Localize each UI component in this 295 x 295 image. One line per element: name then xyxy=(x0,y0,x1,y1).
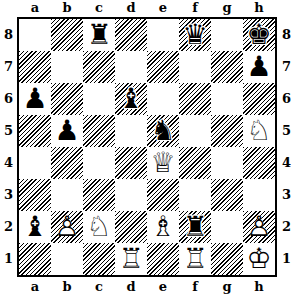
rank-label-1: 1 xyxy=(0,243,17,275)
square-g5[interactable] xyxy=(211,115,243,147)
piece-black-bishop[interactable]: ♝ xyxy=(115,83,147,115)
square-g8[interactable] xyxy=(211,19,243,51)
rank-label-3: 3 xyxy=(0,179,17,211)
square-b1[interactable] xyxy=(51,243,83,275)
square-e3[interactable] xyxy=(147,179,179,211)
file-label-g: g xyxy=(211,279,243,295)
file-labels-bottom: abcdefgh xyxy=(19,279,275,295)
square-d6[interactable]: ♝ xyxy=(115,83,147,115)
piece-white-queen[interactable]: ♛♕ xyxy=(147,147,179,179)
square-f6[interactable] xyxy=(179,83,211,115)
square-g7[interactable] xyxy=(211,51,243,83)
square-h1[interactable]: ♚♔ xyxy=(243,243,275,275)
square-c1[interactable] xyxy=(83,243,115,275)
file-label-f: f xyxy=(179,0,211,16)
file-label-c: c xyxy=(83,0,115,16)
file-label-d: d xyxy=(115,279,147,295)
square-a5[interactable] xyxy=(19,115,51,147)
square-d1[interactable]: ♜♖ xyxy=(115,243,147,275)
square-d5[interactable] xyxy=(115,115,147,147)
square-a3[interactable] xyxy=(19,179,51,211)
rank-labels-left: 87654321 xyxy=(0,19,17,275)
rank-label-5: 5 xyxy=(278,115,295,147)
square-g3[interactable] xyxy=(211,179,243,211)
rank-label-6: 6 xyxy=(278,83,295,115)
square-h2[interactable]: ♟♙ xyxy=(243,211,275,243)
piece-black-king[interactable]: ♚ xyxy=(243,19,275,51)
file-label-b: b xyxy=(51,0,83,16)
square-d8[interactable] xyxy=(115,19,147,51)
square-e1[interactable] xyxy=(147,243,179,275)
square-b4[interactable] xyxy=(51,147,83,179)
square-f7[interactable] xyxy=(179,51,211,83)
piece-black-rook[interactable]: ♜ xyxy=(83,19,115,51)
square-e8[interactable] xyxy=(147,19,179,51)
rank-label-8: 8 xyxy=(278,19,295,51)
square-f5[interactable] xyxy=(179,115,211,147)
file-labels-top: abcdefgh xyxy=(19,0,275,16)
square-b5[interactable]: ♟ xyxy=(51,115,83,147)
piece-white-rook[interactable]: ♜♖ xyxy=(115,243,147,275)
rank-label-4: 4 xyxy=(0,147,17,179)
square-c2[interactable]: ♞♘ xyxy=(83,211,115,243)
piece-white-rook[interactable]: ♜♖ xyxy=(179,243,211,275)
square-g6[interactable] xyxy=(211,83,243,115)
piece-black-bishop[interactable]: ♝ xyxy=(19,211,51,243)
square-g1[interactable] xyxy=(211,243,243,275)
file-label-h: h xyxy=(243,0,275,16)
file-label-b: b xyxy=(51,279,83,295)
chess-board: ♜♛♚♟♟♝♟♞♞♘♛♕♝♟♙♞♘♝♗♜♟♙♜♖♜♖♚♔ xyxy=(17,17,277,277)
file-label-f: f xyxy=(179,279,211,295)
piece-black-pawn[interactable]: ♟ xyxy=(243,51,275,83)
square-a7[interactable] xyxy=(19,51,51,83)
piece-white-pawn[interactable]: ♟♙ xyxy=(51,211,83,243)
square-e5[interactable]: ♞ xyxy=(147,115,179,147)
square-b3[interactable] xyxy=(51,179,83,211)
square-a4[interactable] xyxy=(19,147,51,179)
square-b2[interactable]: ♟♙ xyxy=(51,211,83,243)
rank-label-7: 7 xyxy=(0,51,17,83)
square-c3[interactable] xyxy=(83,179,115,211)
square-g2[interactable] xyxy=(211,211,243,243)
square-a8[interactable] xyxy=(19,19,51,51)
square-f4[interactable] xyxy=(179,147,211,179)
piece-white-knight[interactable]: ♞♘ xyxy=(83,211,115,243)
piece-black-knight[interactable]: ♞ xyxy=(147,115,179,147)
rank-labels-right: 87654321 xyxy=(278,19,295,275)
file-label-c: c xyxy=(83,279,115,295)
file-label-a: a xyxy=(19,279,51,295)
file-label-e: e xyxy=(147,279,179,295)
piece-white-knight[interactable]: ♞♘ xyxy=(243,115,275,147)
square-d2[interactable] xyxy=(115,211,147,243)
file-label-d: d xyxy=(115,0,147,16)
square-c4[interactable] xyxy=(83,147,115,179)
square-b6[interactable] xyxy=(51,83,83,115)
rank-label-3: 3 xyxy=(278,179,295,211)
square-d3[interactable] xyxy=(115,179,147,211)
square-e4[interactable]: ♛♕ xyxy=(147,147,179,179)
piece-white-king[interactable]: ♚♔ xyxy=(243,243,275,275)
square-h5[interactable]: ♞♘ xyxy=(243,115,275,147)
square-e7[interactable] xyxy=(147,51,179,83)
file-label-a: a xyxy=(19,0,51,16)
square-h4[interactable] xyxy=(243,147,275,179)
square-f1[interactable]: ♜♖ xyxy=(179,243,211,275)
chess-diagram: abcdefgh 87654321 ♜♛♚♟♟♝♟♞♞♘♛♕♝♟♙♞♘♝♗♜♟♙… xyxy=(0,0,295,295)
piece-white-bishop[interactable]: ♝♗ xyxy=(147,211,179,243)
square-d4[interactable] xyxy=(115,147,147,179)
piece-black-rook[interactable]: ♜ xyxy=(179,211,211,243)
square-a6[interactable]: ♟ xyxy=(19,83,51,115)
piece-white-pawn[interactable]: ♟♙ xyxy=(243,211,275,243)
square-f2[interactable]: ♜ xyxy=(179,211,211,243)
square-a2[interactable]: ♝ xyxy=(19,211,51,243)
square-g4[interactable] xyxy=(211,147,243,179)
square-d7[interactable] xyxy=(115,51,147,83)
square-b8[interactable] xyxy=(51,19,83,51)
rank-label-5: 5 xyxy=(0,115,17,147)
square-f8[interactable]: ♛ xyxy=(179,19,211,51)
rank-label-1: 1 xyxy=(278,243,295,275)
square-a1[interactable] xyxy=(19,243,51,275)
piece-black-queen[interactable]: ♛ xyxy=(179,19,211,51)
rank-label-7: 7 xyxy=(278,51,295,83)
piece-black-pawn[interactable]: ♟ xyxy=(19,83,51,115)
square-h3[interactable] xyxy=(243,179,275,211)
file-label-g: g xyxy=(211,0,243,16)
square-c8[interactable]: ♜ xyxy=(83,19,115,51)
square-c6[interactable] xyxy=(83,83,115,115)
square-e2[interactable]: ♝♗ xyxy=(147,211,179,243)
file-label-e: e xyxy=(147,0,179,16)
square-c5[interactable] xyxy=(83,115,115,147)
rank-label-4: 4 xyxy=(278,147,295,179)
square-h6[interactable] xyxy=(243,83,275,115)
square-e6[interactable] xyxy=(147,83,179,115)
piece-black-pawn[interactable]: ♟ xyxy=(51,115,83,147)
file-label-h: h xyxy=(243,279,275,295)
square-h7[interactable]: ♟ xyxy=(243,51,275,83)
square-c7[interactable] xyxy=(83,51,115,83)
square-f3[interactable] xyxy=(179,179,211,211)
rank-label-2: 2 xyxy=(0,211,17,243)
square-b7[interactable] xyxy=(51,51,83,83)
square-h8[interactable]: ♚ xyxy=(243,19,275,51)
rank-label-2: 2 xyxy=(278,211,295,243)
rank-label-6: 6 xyxy=(0,83,17,115)
rank-label-8: 8 xyxy=(0,19,17,51)
